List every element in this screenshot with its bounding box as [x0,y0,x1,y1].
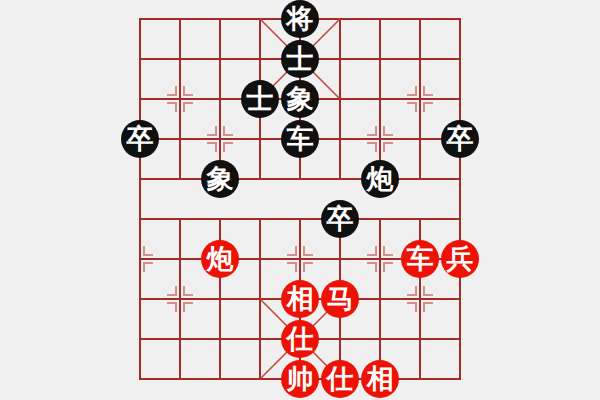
black-soldier-3[interactable]: 卒 [321,200,359,238]
black-general[interactable]: 将 [281,0,319,38]
red-general[interactable]: 帅 [281,360,319,398]
black-elephant-1[interactable]: 象 [281,80,319,118]
black-advisor-2[interactable]: 士 [241,80,279,118]
black-advisor-1[interactable]: 士 [281,40,319,78]
red-elephant-1[interactable]: 相 [281,280,319,318]
black-soldier-1[interactable]: 卒 [121,120,159,158]
red-elephant-2[interactable]: 相 [361,360,399,398]
red-cannon[interactable]: 炮 [201,240,239,278]
black-chariot[interactable]: 车 [281,120,319,158]
red-advisor-2[interactable]: 仕 [321,360,359,398]
red-advisor-1[interactable]: 仕 [281,320,319,358]
pieces-layer: 将士士象卒车卒象炮卒炮车兵相马仕帅仕相 [120,0,480,399]
black-soldier-2[interactable]: 卒 [441,120,479,158]
red-soldier[interactable]: 兵 [441,240,479,278]
red-chariot[interactable]: 车 [401,240,439,278]
black-cannon[interactable]: 炮 [361,160,399,198]
xiangqi-board: 将士士象卒车卒象炮卒炮车兵相马仕帅仕相 [0,0,600,400]
black-elephant-2[interactable]: 象 [201,160,239,198]
red-horse[interactable]: 马 [321,280,359,318]
